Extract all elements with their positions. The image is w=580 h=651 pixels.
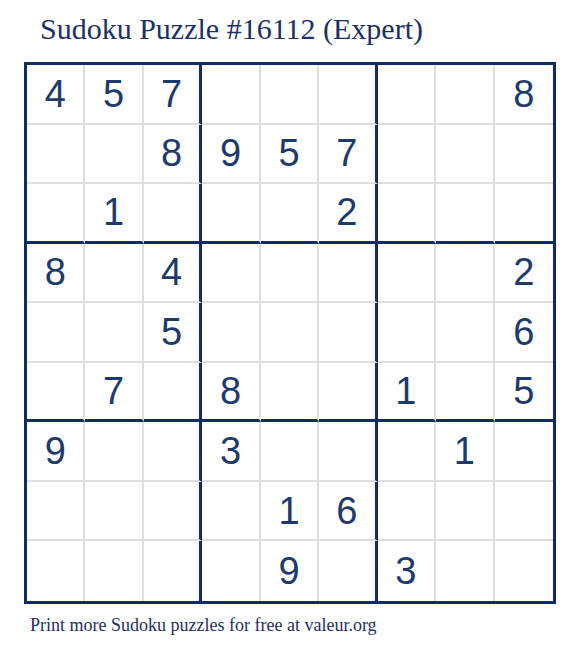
sudoku-cell-r3c2[interactable]: 1 xyxy=(85,184,143,244)
sudoku-cell-r9c1[interactable] xyxy=(27,541,85,601)
sudoku-cell-r9c9[interactable] xyxy=(495,541,553,601)
sudoku-cell-r4c2[interactable] xyxy=(85,244,143,304)
sudoku-cell-r3c7[interactable] xyxy=(378,184,436,244)
sudoku-cell-r7c5[interactable] xyxy=(261,422,319,482)
sudoku-cell-r7c2[interactable] xyxy=(85,422,143,482)
sudoku-cell-r5c5[interactable] xyxy=(261,303,319,363)
sudoku-cell-r1c6[interactable] xyxy=(319,65,377,125)
sudoku-cell-r9c4[interactable] xyxy=(202,541,260,601)
sudoku-cell-r8c5[interactable]: 1 xyxy=(261,482,319,542)
sudoku-cell-r2c1[interactable] xyxy=(27,125,85,185)
sudoku-cell-r7c3[interactable] xyxy=(144,422,202,482)
sudoku-cell-r2c3[interactable]: 8 xyxy=(144,125,202,185)
sudoku-cell-r9c3[interactable] xyxy=(144,541,202,601)
sudoku-cell-r6c9[interactable]: 5 xyxy=(495,363,553,423)
sudoku-cell-r1c7[interactable] xyxy=(378,65,436,125)
sudoku-cell-r5c1[interactable] xyxy=(27,303,85,363)
sudoku-cell-r2c4[interactable]: 9 xyxy=(202,125,260,185)
sudoku-cell-r4c4[interactable] xyxy=(202,244,260,304)
sudoku-cell-r8c7[interactable] xyxy=(378,482,436,542)
sudoku-cell-r6c8[interactable] xyxy=(436,363,494,423)
sudoku-cell-r4c9[interactable]: 2 xyxy=(495,244,553,304)
sudoku-cell-r5c3[interactable]: 5 xyxy=(144,303,202,363)
sudoku-cell-r8c9[interactable] xyxy=(495,482,553,542)
page-title: Sudoku Puzzle #16112 (Expert) xyxy=(40,12,423,46)
sudoku-cell-r8c3[interactable] xyxy=(144,482,202,542)
sudoku-cell-r9c8[interactable] xyxy=(436,541,494,601)
sudoku-cell-r3c4[interactable] xyxy=(202,184,260,244)
sudoku-cell-r7c1[interactable]: 9 xyxy=(27,422,85,482)
sudoku-cell-r6c2[interactable]: 7 xyxy=(85,363,143,423)
sudoku-cell-r5c8[interactable] xyxy=(436,303,494,363)
sudoku-cell-r1c5[interactable] xyxy=(261,65,319,125)
sudoku-cell-r7c4[interactable]: 3 xyxy=(202,422,260,482)
sudoku-cell-r8c1[interactable] xyxy=(27,482,85,542)
sudoku-cell-r7c7[interactable] xyxy=(378,422,436,482)
sudoku-cell-r5c2[interactable] xyxy=(85,303,143,363)
sudoku-cell-r6c7[interactable]: 1 xyxy=(378,363,436,423)
sudoku-cell-r2c2[interactable] xyxy=(85,125,143,185)
sudoku-cell-r2c8[interactable] xyxy=(436,125,494,185)
sudoku-cell-r4c7[interactable] xyxy=(378,244,436,304)
sudoku-cell-r4c6[interactable] xyxy=(319,244,377,304)
sudoku-cell-r5c9[interactable]: 6 xyxy=(495,303,553,363)
sudoku-cell-r1c9[interactable]: 8 xyxy=(495,65,553,125)
sudoku-cell-r9c5[interactable]: 9 xyxy=(261,541,319,601)
sudoku-cell-r5c4[interactable] xyxy=(202,303,260,363)
sudoku-cell-r8c4[interactable] xyxy=(202,482,260,542)
sudoku-cell-r3c5[interactable] xyxy=(261,184,319,244)
sudoku-cell-r4c1[interactable]: 8 xyxy=(27,244,85,304)
sudoku-board: 45788957128425678159311693 xyxy=(24,62,556,604)
sudoku-cell-r2c9[interactable] xyxy=(495,125,553,185)
sudoku-cell-r7c8[interactable]: 1 xyxy=(436,422,494,482)
sudoku-cell-r9c6[interactable] xyxy=(319,541,377,601)
sudoku-cell-r5c6[interactable] xyxy=(319,303,377,363)
sudoku-cell-r8c6[interactable]: 6 xyxy=(319,482,377,542)
sudoku-cell-r2c7[interactable] xyxy=(378,125,436,185)
sudoku-cell-r3c6[interactable]: 2 xyxy=(319,184,377,244)
sudoku-cell-r4c3[interactable]: 4 xyxy=(144,244,202,304)
footer-text: Print more Sudoku puzzles for free at va… xyxy=(30,615,377,636)
sudoku-cell-r1c1[interactable]: 4 xyxy=(27,65,85,125)
sudoku-cell-r8c8[interactable] xyxy=(436,482,494,542)
sudoku-cell-r3c1[interactable] xyxy=(27,184,85,244)
sudoku-cell-r6c1[interactable] xyxy=(27,363,85,423)
sudoku-cell-r6c3[interactable] xyxy=(144,363,202,423)
sudoku-cell-r9c7[interactable]: 3 xyxy=(378,541,436,601)
sudoku-cell-r1c2[interactable]: 5 xyxy=(85,65,143,125)
sudoku-cell-r5c7[interactable] xyxy=(378,303,436,363)
sudoku-cell-r9c2[interactable] xyxy=(85,541,143,601)
sudoku-cell-r1c3[interactable]: 7 xyxy=(144,65,202,125)
sudoku-cell-r4c8[interactable] xyxy=(436,244,494,304)
sudoku-cell-r6c5[interactable] xyxy=(261,363,319,423)
sudoku-cell-r8c2[interactable] xyxy=(85,482,143,542)
sudoku-cell-r3c3[interactable] xyxy=(144,184,202,244)
sudoku-cell-r2c5[interactable]: 5 xyxy=(261,125,319,185)
sudoku-cell-r1c8[interactable] xyxy=(436,65,494,125)
sudoku-cell-r2c6[interactable]: 7 xyxy=(319,125,377,185)
sudoku-cell-r7c9[interactable] xyxy=(495,422,553,482)
sudoku-cell-r3c9[interactable] xyxy=(495,184,553,244)
sudoku-cell-r3c8[interactable] xyxy=(436,184,494,244)
sudoku-cell-r6c6[interactable] xyxy=(319,363,377,423)
sudoku-cell-r1c4[interactable] xyxy=(202,65,260,125)
sudoku-cell-r6c4[interactable]: 8 xyxy=(202,363,260,423)
sudoku-cell-r4c5[interactable] xyxy=(261,244,319,304)
sudoku-cell-r7c6[interactable] xyxy=(319,422,377,482)
